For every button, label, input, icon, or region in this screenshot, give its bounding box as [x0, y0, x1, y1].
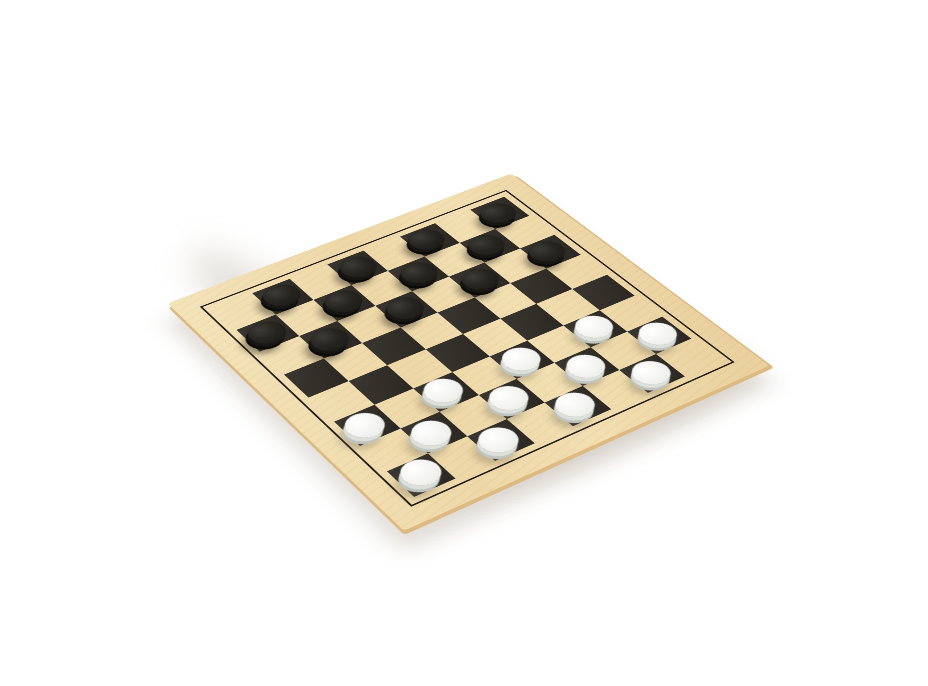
board-frame-line [200, 190, 735, 507]
product-photo-scene [0, 0, 928, 686]
checkers-board [167, 173, 769, 530]
board-grid [213, 197, 720, 497]
